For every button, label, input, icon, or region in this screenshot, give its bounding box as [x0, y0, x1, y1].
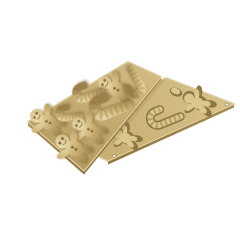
scene-svg — [0, 0, 240, 240]
product-photo — [0, 0, 240, 240]
